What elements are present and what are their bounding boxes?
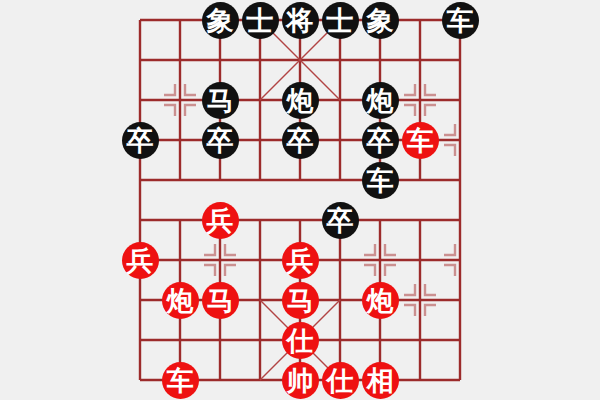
- piece-red-chariot[interactable]: 车: [402, 122, 439, 159]
- piece-red-soldier[interactable]: 兵: [282, 242, 319, 279]
- piece-black-general[interactable]: 将: [282, 2, 319, 39]
- piece-red-soldier[interactable]: 兵: [202, 202, 239, 239]
- piece-black-soldier[interactable]: 卒: [202, 122, 239, 159]
- piece-black-horse[interactable]: 马: [202, 82, 239, 119]
- piece-red-cannon[interactable]: 炮: [362, 282, 399, 319]
- piece-black-soldier[interactable]: 卒: [122, 122, 159, 159]
- xiangqi-board: 象士将士象车马炮炮卒卒卒卒车车兵卒兵兵炮马马炮仕车帅仕相: [0, 0, 600, 400]
- piece-red-general[interactable]: 帅: [282, 362, 319, 399]
- piece-black-soldier[interactable]: 卒: [362, 122, 399, 159]
- piece-black-elephant[interactable]: 象: [362, 2, 399, 39]
- piece-black-soldier[interactable]: 卒: [322, 202, 359, 239]
- piece-black-advisor[interactable]: 士: [242, 2, 279, 39]
- piece-red-advisor[interactable]: 仕: [282, 322, 319, 359]
- piece-red-cannon[interactable]: 炮: [162, 282, 199, 319]
- piece-black-cannon[interactable]: 炮: [362, 82, 399, 119]
- piece-red-advisor[interactable]: 仕: [322, 362, 359, 399]
- piece-black-chariot[interactable]: 车: [442, 2, 479, 39]
- piece-red-horse[interactable]: 马: [202, 282, 239, 319]
- piece-red-chariot[interactable]: 车: [162, 362, 199, 399]
- piece-black-chariot[interactable]: 车: [362, 162, 399, 199]
- piece-red-elephant[interactable]: 相: [362, 362, 399, 399]
- piece-black-elephant[interactable]: 象: [202, 2, 239, 39]
- piece-black-soldier[interactable]: 卒: [282, 122, 319, 159]
- piece-black-advisor[interactable]: 士: [322, 2, 359, 39]
- piece-black-cannon[interactable]: 炮: [282, 82, 319, 119]
- piece-red-horse[interactable]: 马: [282, 282, 319, 319]
- board-points: 象士将士象车马炮炮卒卒卒卒车车兵卒兵兵炮马马炮仕车帅仕相: [120, 0, 480, 400]
- piece-red-soldier[interactable]: 兵: [122, 242, 159, 279]
